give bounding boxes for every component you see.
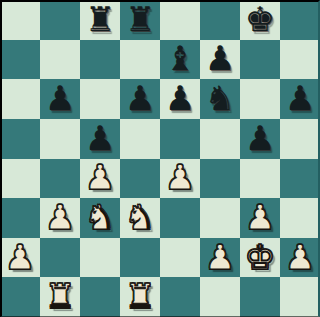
square-e5[interactable] (160, 119, 200, 159)
square-h5[interactable] (280, 119, 320, 159)
square-a2[interactable]: ♟ (0, 238, 40, 278)
square-c1[interactable] (80, 277, 120, 317)
square-b1[interactable]: ♜ (40, 277, 80, 317)
square-h4[interactable] (280, 159, 320, 199)
square-d5[interactable] (120, 119, 160, 159)
piece-white-pawn: ♟ (5, 240, 35, 274)
square-c6[interactable] (80, 79, 120, 119)
square-e1[interactable] (160, 277, 200, 317)
square-e7[interactable]: ♝ (160, 40, 200, 80)
square-a1[interactable] (0, 277, 40, 317)
piece-white-rook: ♜ (125, 279, 155, 313)
square-a7[interactable] (0, 40, 40, 80)
square-a4[interactable] (0, 159, 40, 199)
square-h3[interactable] (280, 198, 320, 238)
piece-black-pawn: ♟ (45, 81, 75, 115)
square-b8[interactable] (40, 0, 80, 40)
square-e4[interactable]: ♟ (160, 159, 200, 199)
piece-white-knight: ♞ (125, 200, 155, 234)
square-c2[interactable] (80, 238, 120, 278)
square-a5[interactable] (0, 119, 40, 159)
piece-white-king: ♚ (245, 240, 275, 274)
square-f7[interactable]: ♟ (200, 40, 240, 80)
square-c7[interactable] (80, 40, 120, 80)
square-b4[interactable] (40, 159, 80, 199)
square-g1[interactable] (240, 277, 280, 317)
square-h6[interactable]: ♟ (280, 79, 320, 119)
square-d7[interactable] (120, 40, 160, 80)
square-c8[interactable]: ♜ (80, 0, 120, 40)
piece-black-bishop: ♝ (165, 41, 195, 75)
piece-black-pawn: ♟ (85, 121, 115, 155)
piece-white-pawn: ♟ (245, 200, 275, 234)
square-f1[interactable] (200, 277, 240, 317)
square-g7[interactable] (240, 40, 280, 80)
square-d8[interactable]: ♜ (120, 0, 160, 40)
piece-black-pawn: ♟ (285, 81, 315, 115)
square-h7[interactable] (280, 40, 320, 80)
square-a8[interactable] (0, 0, 40, 40)
square-d6[interactable]: ♟ (120, 79, 160, 119)
piece-black-pawn: ♟ (125, 81, 155, 115)
square-g6[interactable] (240, 79, 280, 119)
piece-black-pawn: ♟ (245, 121, 275, 155)
square-g5[interactable]: ♟ (240, 119, 280, 159)
square-c4[interactable]: ♟ (80, 159, 120, 199)
square-b2[interactable] (40, 238, 80, 278)
square-f2[interactable]: ♟ (200, 238, 240, 278)
square-g3[interactable]: ♟ (240, 198, 280, 238)
square-g8[interactable]: ♚ (240, 0, 280, 40)
piece-black-pawn: ♟ (205, 41, 235, 75)
square-d2[interactable] (120, 238, 160, 278)
square-e6[interactable]: ♟ (160, 79, 200, 119)
square-b3[interactable]: ♟ (40, 198, 80, 238)
square-b7[interactable] (40, 40, 80, 80)
square-b6[interactable]: ♟ (40, 79, 80, 119)
square-d3[interactable]: ♞ (120, 198, 160, 238)
square-g4[interactable] (240, 159, 280, 199)
square-h8[interactable] (280, 0, 320, 40)
square-f8[interactable] (200, 0, 240, 40)
square-e2[interactable] (160, 238, 200, 278)
piece-black-king: ♚ (245, 2, 275, 36)
square-h1[interactable] (280, 277, 320, 317)
square-d1[interactable]: ♜ (120, 277, 160, 317)
square-c5[interactable]: ♟ (80, 119, 120, 159)
square-b5[interactable] (40, 119, 80, 159)
square-a3[interactable] (0, 198, 40, 238)
square-a6[interactable] (0, 79, 40, 119)
chess-board: ♜♜♚♝♟♟♟♟♞♟♟♟♟♟♟♞♞♟♟♟♚♟♜♜ (0, 0, 320, 317)
piece-white-knight: ♞ (85, 200, 115, 234)
piece-black-rook: ♜ (85, 2, 115, 36)
square-e8[interactable] (160, 0, 200, 40)
piece-white-pawn: ♟ (165, 160, 195, 194)
square-f6[interactable]: ♞ (200, 79, 240, 119)
square-g2[interactable]: ♚ (240, 238, 280, 278)
square-f3[interactable] (200, 198, 240, 238)
piece-white-pawn: ♟ (285, 240, 315, 274)
square-e3[interactable] (160, 198, 200, 238)
piece-white-pawn: ♟ (205, 240, 235, 274)
piece-black-pawn: ♟ (165, 81, 195, 115)
square-d4[interactable] (120, 159, 160, 199)
square-f4[interactable] (200, 159, 240, 199)
square-c3[interactable]: ♞ (80, 198, 120, 238)
board-grid: ♜♜♚♝♟♟♟♟♞♟♟♟♟♟♟♞♞♟♟♟♚♟♜♜ (0, 0, 320, 317)
piece-white-pawn: ♟ (85, 160, 115, 194)
piece-black-rook: ♜ (125, 2, 155, 36)
piece-white-rook: ♜ (45, 279, 75, 313)
square-h2[interactable]: ♟ (280, 238, 320, 278)
square-f5[interactable] (200, 119, 240, 159)
piece-white-pawn: ♟ (45, 200, 75, 234)
piece-black-knight: ♞ (205, 81, 235, 115)
